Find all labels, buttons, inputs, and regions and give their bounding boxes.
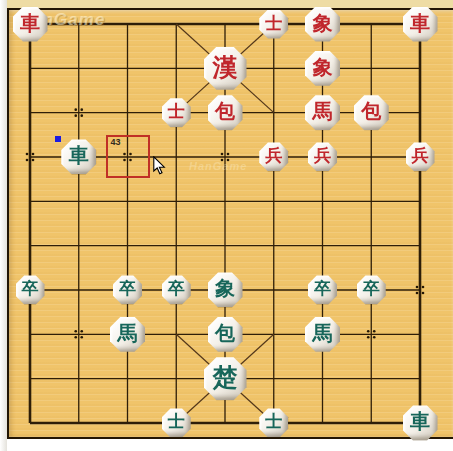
piece-glyph: 卒 xyxy=(168,277,185,300)
piece-glyph: 車 xyxy=(69,142,89,169)
green-cannon[interactable]: 包 xyxy=(208,317,243,352)
green-chariot[interactable]: 車 xyxy=(403,405,438,440)
green-general[interactable]: 楚 xyxy=(204,357,247,400)
red-chariot[interactable]: 車 xyxy=(13,7,48,42)
piece-glyph: 象 xyxy=(215,275,235,302)
piece-glyph: 士 xyxy=(265,410,282,433)
piece-glyph: 卒 xyxy=(314,277,331,300)
piece-glyph: 兵 xyxy=(265,144,282,167)
piece-glyph: 象 xyxy=(313,54,333,81)
green-horse[interactable]: 馬 xyxy=(110,317,145,352)
piece-glyph: 士 xyxy=(168,100,185,123)
red-chariot[interactable]: 車 xyxy=(403,7,438,42)
piece-glyph: 楚 xyxy=(213,361,238,394)
piece-glyph: 漢 xyxy=(213,51,238,84)
board-grid: 車士象車漢象士包馬包兵兵兵車卒卒卒象卒卒馬包馬楚士士車 xyxy=(6,2,445,445)
piece-glyph: 車 xyxy=(20,10,40,37)
piece-glyph: 包 xyxy=(215,98,235,125)
red-general[interactable]: 漢 xyxy=(204,47,247,90)
piece-glyph: 象 xyxy=(313,10,333,37)
piece-glyph: 馬 xyxy=(313,320,333,347)
red-cannon[interactable]: 包 xyxy=(208,95,243,130)
red-cannon[interactable]: 包 xyxy=(354,95,389,130)
red-soldier[interactable]: 兵 xyxy=(308,142,337,171)
piece-glyph: 包 xyxy=(361,98,381,125)
green-guard[interactable]: 士 xyxy=(259,408,288,437)
move-highlight-square: 43 xyxy=(106,135,150,178)
move-number-label: 43 xyxy=(111,137,121,147)
piece-glyph: 士 xyxy=(265,12,282,35)
red-guard[interactable]: 士 xyxy=(259,10,288,39)
piece-glyph: 卒 xyxy=(119,277,136,300)
green-horse[interactable]: 馬 xyxy=(305,317,340,352)
piece-glyph: 士 xyxy=(168,410,185,433)
piece-glyph: 車 xyxy=(410,10,430,37)
green-elephant[interactable]: 象 xyxy=(208,272,243,307)
piece-glyph: 馬 xyxy=(313,98,333,125)
janggi-board[interactable]: HanGame HanGame 車士象車漢象士包馬包兵兵兵車卒卒卒象卒卒馬包馬楚… xyxy=(7,8,453,439)
green-soldier[interactable]: 卒 xyxy=(308,275,337,304)
blue-move-marker xyxy=(55,136,61,142)
piece-glyph: 車 xyxy=(410,408,430,435)
red-elephant[interactable]: 象 xyxy=(305,7,340,42)
green-soldier[interactable]: 卒 xyxy=(16,275,45,304)
piece-glyph: 兵 xyxy=(412,144,429,167)
red-horse[interactable]: 馬 xyxy=(305,95,340,130)
red-guard[interactable]: 士 xyxy=(162,98,191,127)
piece-glyph: 馬 xyxy=(118,320,138,347)
screen: HanGame HanGame 車士象車漢象士包馬包兵兵兵車卒卒卒象卒卒馬包馬楚… xyxy=(0,0,453,451)
piece-glyph: 卒 xyxy=(363,277,380,300)
red-soldier[interactable]: 兵 xyxy=(259,142,288,171)
red-soldier[interactable]: 兵 xyxy=(406,142,435,171)
green-soldier[interactable]: 卒 xyxy=(357,275,386,304)
mouse-cursor-icon xyxy=(153,156,166,175)
green-guard[interactable]: 士 xyxy=(162,408,191,437)
green-chariot[interactable]: 車 xyxy=(61,139,96,174)
piece-glyph: 卒 xyxy=(22,277,39,300)
green-soldier[interactable]: 卒 xyxy=(162,275,191,304)
piece-glyph: 包 xyxy=(215,320,235,347)
red-elephant[interactable]: 象 xyxy=(305,51,340,86)
green-soldier[interactable]: 卒 xyxy=(113,275,142,304)
piece-glyph: 兵 xyxy=(314,144,331,167)
